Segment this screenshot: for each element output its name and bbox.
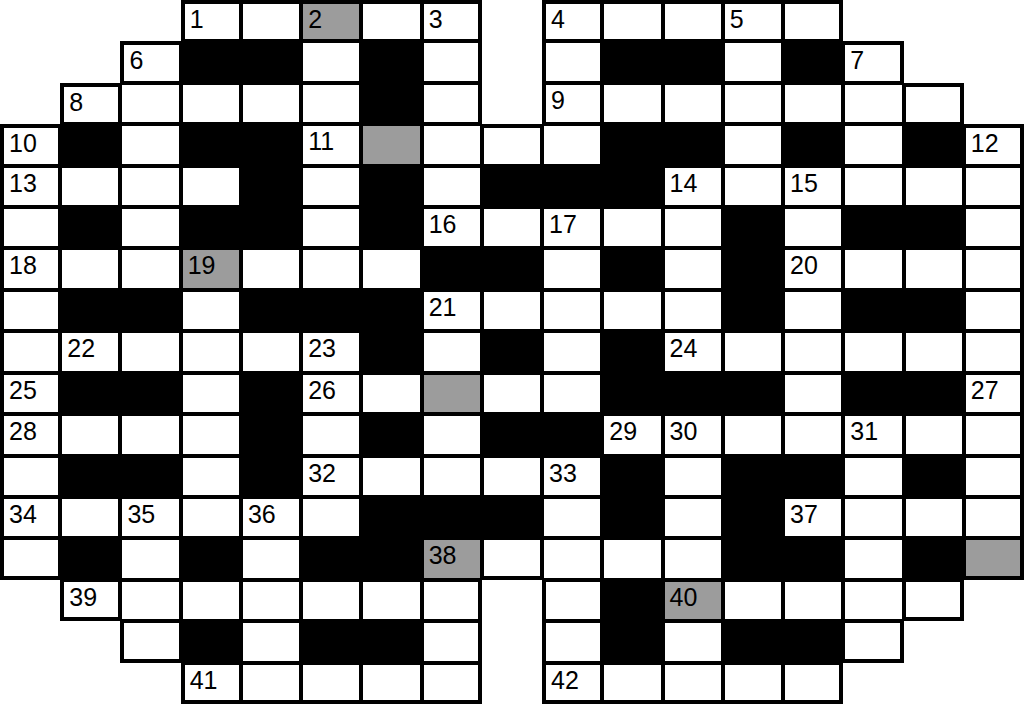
cell-r9-c7-gray[interactable]: [422, 373, 482, 414]
cell-r6-c3-gray[interactable]: 19: [181, 248, 241, 289]
cell-r6-c11-white[interactable]: [663, 248, 723, 289]
cell-r15-c6-black: [361, 621, 421, 662]
cell-r4-c7-white[interactable]: [422, 166, 482, 207]
cell-r6-c13-white[interactable]: 20: [783, 248, 843, 289]
cell-r9-c1-black: [60, 373, 120, 414]
cell-r6-c12-black: [723, 248, 783, 289]
cell-r2-c5-white[interactable]: [301, 83, 361, 124]
cell-r0-c10-white[interactable]: [602, 0, 662, 41]
cell-r13-c1-black: [60, 538, 120, 579]
cell-r4-c8-black: [482, 166, 542, 207]
cell-r1-c3-black: [181, 41, 241, 82]
cell-r4-c0-white[interactable]: 13: [0, 166, 60, 207]
cell-r12-c11-white[interactable]: [663, 497, 723, 538]
cell-r11-c10-black: [602, 456, 662, 497]
cell-r13-c8-white[interactable]: [482, 538, 542, 579]
cell-r7-c2-black: [120, 290, 180, 331]
clue-number-42: 42: [551, 665, 579, 696]
cell-r6-c0-white[interactable]: 18: [0, 248, 60, 289]
cell-r13-c5-black: [301, 538, 361, 579]
cell-r12-c1-white[interactable]: [60, 497, 120, 538]
cell-r15-c12-black: [723, 621, 783, 662]
cell-r3-c13-black: [783, 124, 843, 165]
cell-r2-c3-white[interactable]: [181, 83, 241, 124]
cell-r12-c13-white[interactable]: 37: [783, 497, 843, 538]
cell-r10-c6-black: [361, 414, 421, 455]
clue-number-2: 2: [308, 4, 322, 35]
cell-r9-c5-white[interactable]: 26: [301, 373, 361, 414]
cell-r5-c13-white[interactable]: [783, 207, 843, 248]
cell-r7-c7-white[interactable]: 21: [422, 290, 482, 331]
cell-r12-c15-white[interactable]: [904, 497, 964, 538]
cell-r13-c7-gray[interactable]: 38: [422, 538, 482, 579]
cell-r11-c0-white[interactable]: [0, 456, 60, 497]
clue-number-29: 29: [609, 416, 637, 447]
cell-r14-c11-gray[interactable]: 40: [663, 580, 723, 621]
cell-r4-c13-white[interactable]: 15: [783, 166, 843, 207]
cell-r14-c1-white[interactable]: 39: [60, 580, 120, 621]
cell-r1-c5-white[interactable]: [301, 41, 361, 82]
cell-r7-c15-black: [904, 290, 964, 331]
clue-number-7: 7: [850, 45, 864, 76]
cell-r4-c3-white[interactable]: [181, 166, 241, 207]
cell-r16-c13-white[interactable]: [783, 663, 843, 704]
cell-r3-c7-white[interactable]: [422, 124, 482, 165]
cell-r11-c15-black: [904, 456, 964, 497]
cell-r13-c11-white[interactable]: [663, 538, 723, 579]
clue-number-16: 16: [429, 209, 457, 240]
cell-r8-c13-white[interactable]: [783, 331, 843, 372]
cell-r10-c3-white[interactable]: [181, 414, 241, 455]
cell-r2-c2-white[interactable]: [120, 83, 180, 124]
cell-r12-c7-black: [422, 497, 482, 538]
cell-r16-c4-white[interactable]: [241, 663, 301, 704]
cell-r2-c1-white[interactable]: 8: [60, 83, 120, 124]
cell-r8-c5-white[interactable]: 23: [301, 331, 361, 372]
cell-r8-c15-white[interactable]: [904, 331, 964, 372]
cell-r10-c5-white[interactable]: [301, 414, 361, 455]
cell-r11-c6-white[interactable]: [361, 456, 421, 497]
cell-r1-c12-white[interactable]: [723, 41, 783, 82]
cell-r6-c4-white[interactable]: [241, 248, 301, 289]
cell-r11-c13-black: [783, 456, 843, 497]
crossword-grid: 1234567891011121314151617181920212223242…: [0, 0, 1024, 704]
cell-r1-c10-black: [602, 41, 662, 82]
clue-number-28: 28: [9, 416, 37, 447]
cell-r5-c12-black: [723, 207, 783, 248]
cell-r7-c13-white[interactable]: [783, 290, 843, 331]
cell-r7-c8-white[interactable]: [482, 290, 542, 331]
clue-number-1: 1: [190, 4, 204, 35]
cell-r5-c0-white[interactable]: [0, 207, 60, 248]
clue-number-37: 37: [790, 499, 818, 530]
cell-r3-c11-black: [663, 124, 723, 165]
cell-r9-c6-white[interactable]: [361, 373, 421, 414]
cell-r7-c3-white[interactable]: [181, 290, 241, 331]
cell-r1-c4-black: [241, 41, 301, 82]
clue-number-11: 11: [308, 126, 334, 157]
cell-r6-c2-white[interactable]: [120, 248, 180, 289]
cell-r5-c1-black: [60, 207, 120, 248]
clue-number-41: 41: [190, 665, 218, 696]
cell-r14-c15-white[interactable]: [904, 580, 964, 621]
cell-r15-c5-black: [301, 621, 361, 662]
cell-r8-c16-white[interactable]: [964, 331, 1024, 372]
cell-r13-c4-white[interactable]: [241, 538, 301, 579]
cell-r13-c2-white[interactable]: [120, 538, 180, 579]
cell-r14-c13-white[interactable]: [783, 580, 843, 621]
cell-r4-c10-black: [602, 166, 662, 207]
cell-r12-c0-white[interactable]: 34: [0, 497, 60, 538]
clue-number-24: 24: [670, 333, 698, 364]
cell-r9-c13-white[interactable]: [783, 373, 843, 414]
clue-number-13: 13: [9, 168, 37, 199]
cell-r2-c15-white[interactable]: [904, 83, 964, 124]
cell-r5-c5-white[interactable]: [301, 207, 361, 248]
cell-r6-c9-white[interactable]: [542, 248, 602, 289]
cell-r14-c2-white[interactable]: [120, 580, 180, 621]
cell-r9-c14-black: [843, 373, 903, 414]
cell-r11-c7-white[interactable]: [422, 456, 482, 497]
cell-r13-c16-gray[interactable]: [964, 538, 1024, 579]
cell-r12-c14-white[interactable]: [843, 497, 903, 538]
cell-r9-c15-black: [904, 373, 964, 414]
cell-r8-c12-white[interactable]: [723, 331, 783, 372]
clue-number-4: 4: [551, 4, 565, 35]
clue-number-33: 33: [549, 458, 577, 489]
cell-r2-c14-white[interactable]: [843, 83, 903, 124]
clue-number-19: 19: [188, 250, 216, 281]
cell-r6-c1-white[interactable]: [60, 248, 120, 289]
cell-r4-c2-white[interactable]: [120, 166, 180, 207]
clue-number-21: 21: [429, 292, 457, 323]
cell-r10-c15-white[interactable]: [904, 414, 964, 455]
cell-r9-c10-black: [602, 373, 662, 414]
cell-r14-c12-white[interactable]: [723, 580, 783, 621]
cell-r14-c6-white[interactable]: [361, 580, 421, 621]
cell-r12-c2-white[interactable]: 35: [120, 497, 180, 538]
cell-r3-c10-black: [602, 124, 662, 165]
cell-r8-c1-white[interactable]: 22: [60, 331, 120, 372]
cell-r1-c6-black: [361, 41, 421, 82]
cell-r9-c4-black: [241, 373, 301, 414]
cell-r8-c10-black: [602, 331, 662, 372]
cell-r15-c13-black: [783, 621, 843, 662]
cell-r7-c11-white[interactable]: [663, 290, 723, 331]
cell-r5-c2-white[interactable]: [120, 207, 180, 248]
cell-r5-c14-black: [843, 207, 903, 248]
cell-r7-c10-white[interactable]: [602, 290, 662, 331]
cell-r13-c13-black: [783, 538, 843, 579]
cell-r12-c12-black: [723, 497, 783, 538]
cell-r9-c11-black: [663, 373, 723, 414]
cell-r7-c5-black: [301, 290, 361, 331]
cell-r8-c6-black: [361, 331, 421, 372]
cell-r15-c9-white[interactable]: [542, 621, 602, 662]
cell-r8-c9-white[interactable]: [542, 331, 602, 372]
clue-number-38: 38: [429, 540, 457, 571]
cell-r2-c11-white[interactable]: [663, 83, 723, 124]
clue-number-18: 18: [9, 250, 37, 281]
cell-r2-c12-white[interactable]: [723, 83, 783, 124]
cell-r12-c4-white[interactable]: 36: [241, 497, 301, 538]
cell-r16-c6-white[interactable]: [361, 663, 421, 704]
cell-r2-c13-white[interactable]: [783, 83, 843, 124]
cell-r2-c10-white[interactable]: [602, 83, 662, 124]
cell-r6-c16-white[interactable]: [964, 248, 1024, 289]
cell-r0-c6-white[interactable]: [361, 0, 421, 41]
clue-number-17: 17: [549, 209, 577, 240]
cell-r6-c10-black: [602, 248, 662, 289]
cell-r10-c4-black: [241, 414, 301, 455]
cell-r8-c8-black: [482, 331, 542, 372]
cell-r12-c3-white[interactable]: [181, 497, 241, 538]
cell-r5-c9-white[interactable]: 17: [542, 207, 602, 248]
cell-r4-c5-white[interactable]: [301, 166, 361, 207]
cell-r3-c1-black: [60, 124, 120, 165]
cell-r14-c9-white[interactable]: [542, 580, 602, 621]
cell-r2-c6-black: [361, 83, 421, 124]
cell-r0-c13-white[interactable]: [783, 0, 843, 41]
clue-number-20: 20: [790, 250, 818, 281]
cell-r9-c0-white[interactable]: 25: [0, 373, 60, 414]
clue-number-27: 27: [971, 375, 999, 406]
cell-r8-c7-white[interactable]: [422, 331, 482, 372]
cell-r9-c2-black: [120, 373, 180, 414]
cell-r9-c16-white[interactable]: 27: [964, 373, 1024, 414]
cell-r13-c12-black: [723, 538, 783, 579]
cell-r8-c14-white[interactable]: [843, 331, 903, 372]
cell-r11-c12-black: [723, 456, 783, 497]
cell-r8-c2-white[interactable]: [120, 331, 180, 372]
cell-r9-c12-black: [723, 373, 783, 414]
cell-r11-c3-white[interactable]: [181, 456, 241, 497]
cell-r13-c6-black: [361, 538, 421, 579]
cell-r0-c11-white[interactable]: [663, 0, 723, 41]
cell-r15-c14-white[interactable]: [843, 621, 903, 662]
cell-r5-c16-white[interactable]: [964, 207, 1024, 248]
cell-r8-c0-white[interactable]: [0, 331, 60, 372]
cell-r1-c2-white[interactable]: 6: [120, 41, 180, 82]
cell-r9-c8-white[interactable]: [482, 373, 542, 414]
cell-r16-c10-white[interactable]: [602, 663, 662, 704]
cell-r16-c11-white[interactable]: [663, 663, 723, 704]
cell-r10-c7-white[interactable]: [422, 414, 482, 455]
cell-r3-c0-white[interactable]: 10: [0, 124, 60, 165]
cell-r7-c16-white[interactable]: [964, 290, 1024, 331]
cell-r3-c12-white[interactable]: [723, 124, 783, 165]
clue-number-3: 3: [429, 4, 443, 35]
clue-number-14: 14: [670, 168, 698, 199]
cell-r11-c11-white[interactable]: [663, 456, 723, 497]
cell-r4-c16-white[interactable]: [964, 166, 1024, 207]
cell-r10-c12-white[interactable]: [723, 414, 783, 455]
cell-r0-c7-white[interactable]: 3: [422, 0, 482, 41]
cell-r9-c9-white[interactable]: [542, 373, 602, 414]
cell-r15-c2-white[interactable]: [120, 621, 180, 662]
cell-r14-c14-white[interactable]: [843, 580, 903, 621]
cell-r16-c9-white[interactable]: 42: [542, 663, 602, 704]
cell-r14-c7-white[interactable]: [422, 580, 482, 621]
cell-r12-c10-black: [602, 497, 662, 538]
cell-r10-c10-white[interactable]: 29: [602, 414, 662, 455]
clue-number-32: 32: [308, 458, 336, 489]
cell-r11-c8-white[interactable]: [482, 456, 542, 497]
cell-r16-c12-white[interactable]: [723, 663, 783, 704]
clue-number-9: 9: [551, 85, 565, 116]
cell-r2-c4-white[interactable]: [241, 83, 301, 124]
cell-r9-c3-white[interactable]: [181, 373, 241, 414]
cell-r7-c1-black: [60, 290, 120, 331]
clue-number-40: 40: [670, 582, 698, 613]
cell-r15-c7-white[interactable]: [422, 621, 482, 662]
cell-r12-c9-white[interactable]: [542, 497, 602, 538]
cell-r2-c7-white[interactable]: [422, 83, 482, 124]
cell-r1-c14-white[interactable]: 7: [843, 41, 903, 82]
cell-r14-c10-black: [602, 580, 662, 621]
cell-r15-c3-black: [181, 621, 241, 662]
cell-r1-c13-black: [783, 41, 843, 82]
cell-r3-c8-white[interactable]: [482, 124, 542, 165]
clue-number-25: 25: [9, 375, 37, 406]
clue-number-31: 31: [850, 416, 878, 447]
cell-r6-c8-black: [482, 248, 542, 289]
cell-r7-c9-white[interactable]: [542, 290, 602, 331]
cell-r3-c16-white[interactable]: 12: [964, 124, 1024, 165]
cell-r0-c5-gray[interactable]: 2: [301, 0, 361, 41]
clue-number-8: 8: [69, 87, 83, 118]
cell-r10-c0-white[interactable]: 28: [0, 414, 60, 455]
cell-r10-c1-white[interactable]: [60, 414, 120, 455]
cell-r5-c6-black: [361, 207, 421, 248]
clue-number-26: 26: [308, 375, 336, 406]
cell-r4-c14-white[interactable]: [843, 166, 903, 207]
clue-number-5: 5: [730, 4, 744, 35]
cell-r3-c3-black: [181, 124, 241, 165]
cell-r6-c15-white[interactable]: [904, 248, 964, 289]
cell-r11-c4-black: [241, 456, 301, 497]
cell-r3-c15-black: [904, 124, 964, 165]
cell-r7-c12-black: [723, 290, 783, 331]
cell-r11-c14-white[interactable]: [843, 456, 903, 497]
cell-r7-c0-white[interactable]: [0, 290, 60, 331]
cell-r11-c9-white[interactable]: 33: [542, 456, 602, 497]
cell-r10-c8-black: [482, 414, 542, 455]
cell-r13-c15-black: [904, 538, 964, 579]
cell-r4-c6-black: [361, 166, 421, 207]
clue-number-35: 35: [127, 499, 155, 530]
cell-r0-c4-white[interactable]: [241, 0, 301, 41]
cell-r11-c2-black: [120, 456, 180, 497]
cell-r11-c16-white[interactable]: [964, 456, 1024, 497]
clue-number-36: 36: [248, 499, 276, 530]
cell-r2-c9-white[interactable]: 9: [542, 83, 602, 124]
cell-r4-c9-black: [542, 166, 602, 207]
cell-r7-c4-black: [241, 290, 301, 331]
cell-r16-c5-white[interactable]: [301, 663, 361, 704]
cell-r14-c5-white[interactable]: [301, 580, 361, 621]
cell-r3-c14-white[interactable]: [843, 124, 903, 165]
cell-r3-c9-white[interactable]: [542, 124, 602, 165]
cell-r8-c11-white[interactable]: 24: [663, 331, 723, 372]
cell-r16-c3-white[interactable]: 41: [181, 663, 241, 704]
cell-r12-c16-white[interactable]: [964, 497, 1024, 538]
cell-r10-c9-black: [542, 414, 602, 455]
cell-r15-c11-white[interactable]: [663, 621, 723, 662]
cell-r5-c4-black: [241, 207, 301, 248]
cell-r7-c6-black: [361, 290, 421, 331]
cell-r8-c4-white[interactable]: [241, 331, 301, 372]
cell-r1-c9-white[interactable]: [542, 41, 602, 82]
cell-r3-c2-white[interactable]: [120, 124, 180, 165]
cell-r4-c4-black: [241, 166, 301, 207]
cell-r6-c6-white[interactable]: [361, 248, 421, 289]
clue-number-12: 12: [971, 128, 999, 159]
clue-number-22: 22: [67, 333, 95, 364]
cell-r5-c10-white[interactable]: [602, 207, 662, 248]
cell-r15-c10-black: [602, 621, 662, 662]
cell-r10-c14-white[interactable]: 31: [843, 414, 903, 455]
cell-r3-c5-white[interactable]: 11: [301, 124, 361, 165]
cell-r11-c5-white[interactable]: 32: [301, 456, 361, 497]
cell-r3-c6-gray[interactable]: [361, 124, 421, 165]
cell-r7-c14-black: [843, 290, 903, 331]
cell-r13-c0-white[interactable]: [0, 538, 60, 579]
cell-r10-c16-white[interactable]: [964, 414, 1024, 455]
cell-r10-c11-white[interactable]: 30: [663, 414, 723, 455]
cell-r4-c12-white[interactable]: [723, 166, 783, 207]
cell-r13-c14-white[interactable]: [843, 538, 903, 579]
cell-r13-c10-white[interactable]: [602, 538, 662, 579]
clue-number-6: 6: [129, 45, 143, 76]
cell-r12-c6-black: [361, 497, 421, 538]
cell-r3-c4-black: [241, 124, 301, 165]
cell-r4-c1-white[interactable]: [60, 166, 120, 207]
cell-r14-c4-white[interactable]: [241, 580, 301, 621]
cell-r5-c11-white[interactable]: [663, 207, 723, 248]
cell-r11-c1-black: [60, 456, 120, 497]
cell-r6-c5-white[interactable]: [301, 248, 361, 289]
clue-number-15: 15: [790, 168, 818, 199]
clue-number-10: 10: [9, 128, 37, 159]
cell-r5-c8-white[interactable]: [482, 207, 542, 248]
cell-r4-c11-white[interactable]: 14: [663, 166, 723, 207]
cell-r1-c11-black: [663, 41, 723, 82]
cell-r0-c3-white[interactable]: 1: [181, 0, 241, 41]
cell-r8-c3-white[interactable]: [181, 331, 241, 372]
cell-r1-c7-white[interactable]: [422, 41, 482, 82]
cell-r12-c5-white[interactable]: [301, 497, 361, 538]
cell-r6-c14-white[interactable]: [843, 248, 903, 289]
cell-r15-c4-white[interactable]: [241, 621, 301, 662]
clue-number-23: 23: [308, 333, 336, 364]
cell-r14-c3-white[interactable]: [181, 580, 241, 621]
cell-r13-c3-black: [181, 538, 241, 579]
cell-r5-c15-black: [904, 207, 964, 248]
cell-r5-c7-white[interactable]: 16: [422, 207, 482, 248]
cell-r10-c13-white[interactable]: [783, 414, 843, 455]
cell-r16-c7-white[interactable]: [422, 663, 482, 704]
cell-r13-c9-white[interactable]: [542, 538, 602, 579]
cell-r6-c7-black: [422, 248, 482, 289]
cell-r12-c8-black: [482, 497, 542, 538]
cell-r4-c15-white[interactable]: [904, 166, 964, 207]
cell-r0-c9-white[interactable]: 4: [542, 0, 602, 41]
clue-number-30: 30: [670, 416, 698, 447]
cell-r10-c2-white[interactable]: [120, 414, 180, 455]
clue-number-34: 34: [9, 499, 37, 530]
cell-r0-c12-white[interactable]: 5: [723, 0, 783, 41]
